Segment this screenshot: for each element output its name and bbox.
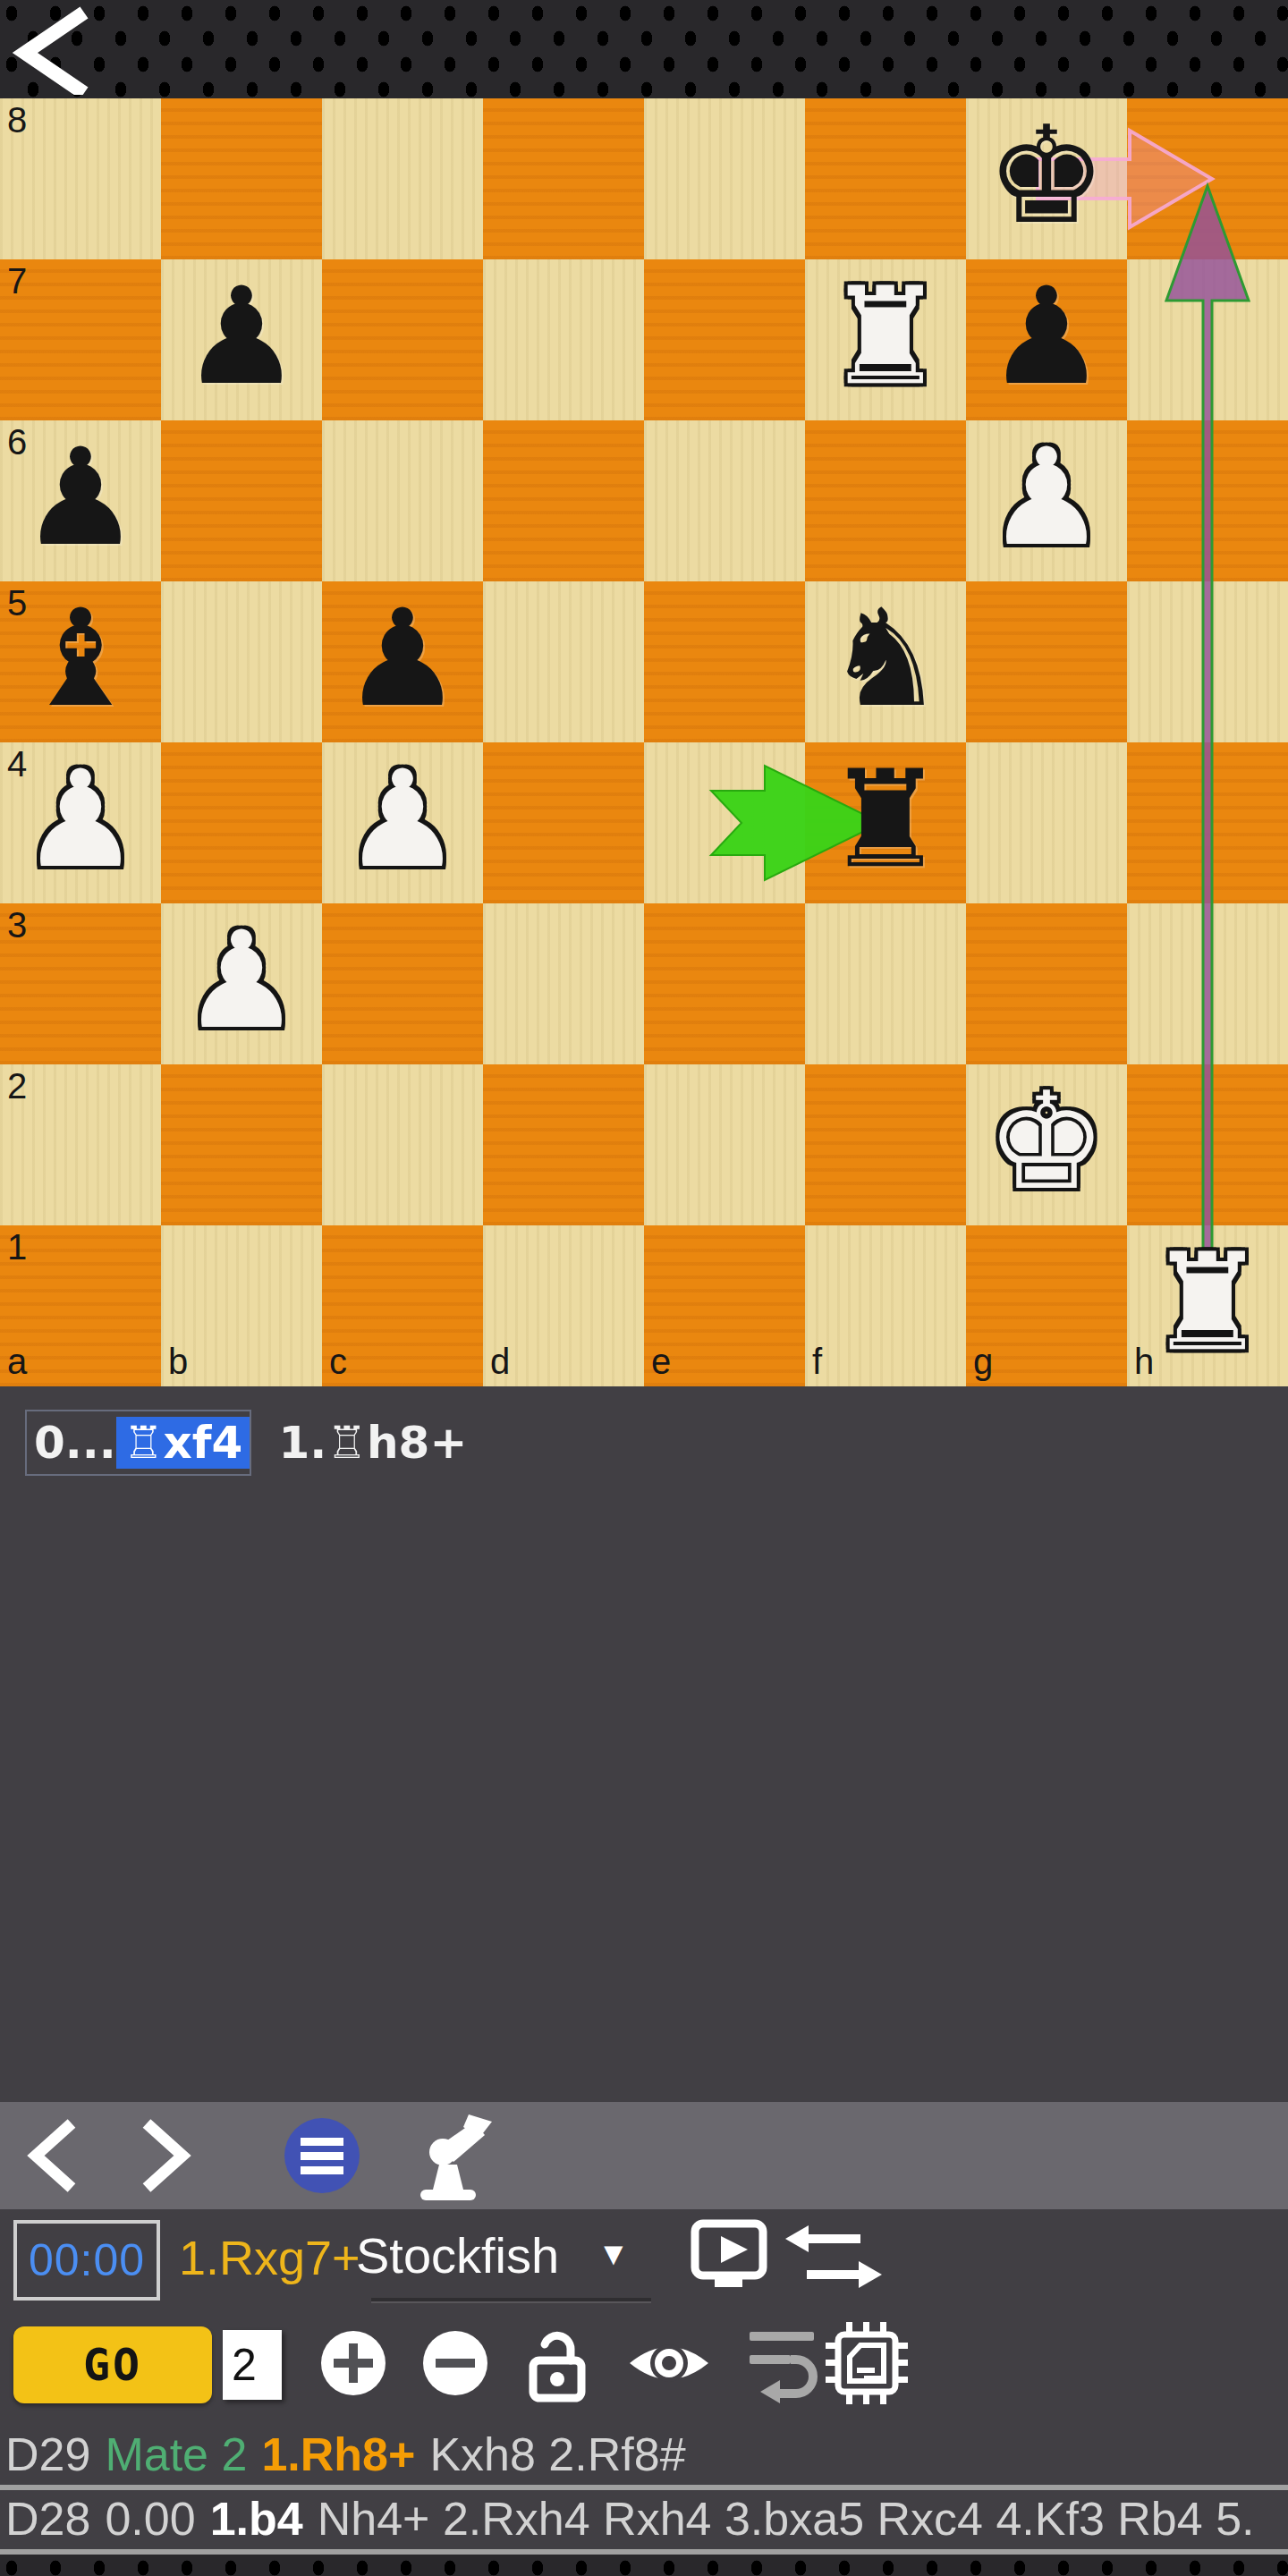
menu-button[interactable] [284,2102,360,2209]
chevron-left-icon [27,2118,80,2193]
square-h5[interactable] [1127,581,1288,742]
square-g4[interactable] [966,742,1127,903]
top-bar [0,0,1288,98]
piece-black-king-g8[interactable]: ♚ [966,98,1127,259]
piece-black-pawn-g7[interactable]: ♟ [966,259,1127,420]
square-h2[interactable] [1127,1064,1288,1225]
continuation: Nh4+ 2.Rxh4 Rxh4 3.bxa5 Rxc4 4.Kf3 Rb4 5… [318,2493,1255,2545]
dropdown-arrow-icon[interactable]: ▼ [597,2209,630,2299]
depth-input[interactable]: 2 [223,2330,282,2400]
rank-label-8: 8 [7,100,27,140]
file-label-a: a [7,1342,27,1382]
piece-white-pawn-c4[interactable]: ♟ [322,742,483,903]
video-mode-button[interactable] [690,2218,768,2292]
go-button[interactable]: GO [13,2326,212,2403]
square-b2[interactable] [161,1064,322,1225]
back-icon[interactable] [9,5,94,95]
eval-value: Mate 2 [105,2428,247,2480]
square-f6[interactable] [805,420,966,581]
engine-select-underline [371,2298,651,2301]
square-c7[interactable] [322,259,483,420]
rank-label-2: 2 [7,1066,27,1106]
file-label-g: g [973,1342,993,1382]
piece-black-pawn-a6[interactable]: ♟ [0,420,161,581]
best-move: 1.b4 [210,2493,303,2545]
continuous-analysis-button[interactable] [748,2330,818,2403]
engine-select[interactable]: Stockfish [356,2209,559,2302]
piece-black-pawn-b7[interactable]: ♟ [161,259,322,420]
engine-play-button[interactable] [411,2102,494,2209]
square-e5[interactable] [644,581,805,742]
depth-label: D29 [5,2428,90,2480]
move-list-panel: 0...♖xf4 1.♖h8+ [0,1386,1288,2102]
file-label-f: f [812,1342,822,1382]
robot-arm-icon [411,2111,494,2200]
rank-label-7: 7 [7,261,27,301]
menu-icon [284,2118,360,2193]
rank-label-3: 3 [7,905,27,945]
square-h4[interactable] [1127,742,1288,903]
analysis-line-D28[interactable]: D280.001.b4Nh4+ 2.Rxh4 Rxh4 3.bxa5 Rxc4 … [0,2490,1288,2555]
increase-button[interactable] [321,2331,386,2395]
square-h8[interactable] [1127,98,1288,259]
compare-arrows-button[interactable] [784,2224,884,2292]
square-b5[interactable] [161,581,322,742]
square-e6[interactable] [644,420,805,581]
square-f3[interactable] [805,903,966,1064]
piece-black-pawn-c5[interactable]: ♟ [322,581,483,742]
current-move-group[interactable]: 0...♖xf4 [25,1410,251,1476]
square-c3[interactable] [322,903,483,1064]
engine-clock: 00:00 [13,2220,160,2301]
next-move[interactable]: 1.♖h8+ [278,1417,467,1469]
square-f2[interactable] [805,1064,966,1225]
piece-black-bishop-a5[interactable]: ♝ [0,581,161,742]
move-number-prefix: 0... [34,1417,116,1469]
piece-white-pawn-a4[interactable]: ♟ [0,742,161,903]
square-d3[interactable] [483,903,644,1064]
square-f1[interactable] [805,1225,966,1386]
square-b6[interactable] [161,420,322,581]
clock-value: 00:00 [29,2234,145,2286]
square-g3[interactable] [966,903,1127,1064]
square-d2[interactable] [483,1064,644,1225]
engine-chip-button[interactable] [825,2321,909,2405]
square-d6[interactable] [483,420,644,581]
chevron-right-icon [138,2118,191,2193]
square-b8[interactable] [161,98,322,259]
next-move-button[interactable] [136,2102,193,2209]
piece-white-pawn-b3[interactable]: ♟ [161,903,322,1064]
piece-white-pawn-g6[interactable]: ♟ [966,420,1127,581]
show-analysis-button[interactable] [626,2329,712,2397]
plus-icon [334,2343,373,2383]
engine-suggested-move[interactable]: 1.Rxg7+ [179,2209,360,2306]
square-h6[interactable] [1127,420,1288,581]
piece-white-king-g2[interactable]: ♚ [966,1064,1127,1225]
square-d7[interactable] [483,259,644,420]
square-e8[interactable] [644,98,805,259]
decrease-button[interactable] [423,2331,487,2395]
square-d5[interactable] [483,581,644,742]
continuation: Kxh8 2.Rf8# [429,2428,685,2480]
current-move[interactable]: ♖xf4 [116,1417,250,1469]
square-d8[interactable] [483,98,644,259]
best-move: 1.Rh8+ [261,2428,415,2480]
chess-board[interactable]: 87654321abcdefgh♚♟♜♟♟♟♝♟♞♟♟♜♟♚♜ [0,98,1288,1386]
engine-bar: 00:00 1.Rxg7+ Stockfish ▼ [0,2209,1288,2321]
piece-black-rook-f4[interactable]: ♜ [805,742,966,903]
analysis-line-D29[interactable]: D29Mate 21.Rh8+Kxh8 2.Rf8# [0,2426,1288,2490]
square-e2[interactable] [644,1064,805,1225]
square-f8[interactable] [805,98,966,259]
piece-white-rook-f7[interactable]: ♜ [805,259,966,420]
move-list: 0...♖xf4 1.♖h8+ [25,1410,467,1476]
piece-black-knight-f5[interactable]: ♞ [805,581,966,742]
square-d4[interactable] [483,742,644,903]
square-e4[interactable] [644,742,805,903]
file-label-c: c [329,1342,347,1382]
square-c2[interactable] [322,1064,483,1225]
minus-icon [436,2343,475,2383]
square-c6[interactable] [322,420,483,581]
file-label-e: e [651,1342,671,1382]
prev-move-button[interactable] [25,2102,82,2209]
analysis-panel: D29Mate 21.Rh8+Kxh8 2.Rf8#D280.001.b4Nh4… [0,2426,1288,2555]
square-h3[interactable] [1127,903,1288,1064]
square-b4[interactable] [161,742,322,903]
lock-button[interactable] [529,2325,586,2403]
square-e7[interactable] [644,259,805,420]
eval-value: 0.00 [105,2493,195,2545]
square-e3[interactable] [644,903,805,1064]
depth-label: D28 [5,2493,90,2545]
square-g5[interactable] [966,581,1127,742]
go-label: GO [83,2339,142,2391]
square-c8[interactable] [322,98,483,259]
square-h7[interactable] [1127,259,1288,420]
rank-label-1: 1 [7,1227,27,1267]
app-screen: 87654321abcdefgh♚♟♜♟♟♟♝♟♞♟♟♜♟♚♜ 0...♖xf4… [0,0,1288,2576]
file-label-d: d [490,1342,510,1382]
file-label-b: b [168,1342,188,1382]
bottom-bar [0,2555,1288,2576]
nav-bar [0,2102,1288,2209]
engine-controls: GO 2 [0,2321,1288,2426]
piece-white-rook-h1[interactable]: ♜ [1127,1225,1288,1386]
